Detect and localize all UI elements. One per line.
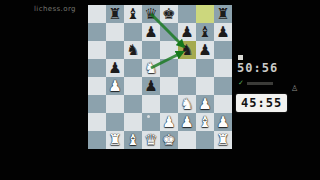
- piece-white-pawn: ♟: [180, 113, 193, 131]
- square-b4[interactable]: ♟: [106, 77, 124, 95]
- square-f8[interactable]: [178, 5, 196, 23]
- piece-black-knight: ♞: [126, 41, 139, 59]
- piece-white-queen: ♛: [144, 131, 157, 149]
- piece-black-rook: ♜: [108, 5, 121, 23]
- piece-white-pawn: ♟: [198, 95, 211, 113]
- video-frame: lichess.org ♜♝♛♚♜♟♟♝♟♞♞♟♟♞♟♟♞♟♟♟♝♟♜♝♛♚♜ …: [0, 0, 320, 180]
- piece-white-knight: ♞: [180, 95, 193, 113]
- square-b1[interactable]: ♜: [106, 131, 124, 149]
- square-d8[interactable]: ♛: [142, 5, 160, 23]
- square-h5[interactable]: [214, 59, 232, 77]
- square-a5[interactable]: [88, 59, 106, 77]
- square-g5[interactable]: [196, 59, 214, 77]
- square-e7[interactable]: [160, 23, 178, 41]
- piece-white-knight: ♞: [144, 59, 157, 77]
- square-b6[interactable]: [106, 41, 124, 59]
- square-e3[interactable]: [160, 95, 178, 113]
- square-e8[interactable]: ♚: [160, 5, 178, 23]
- square-b7[interactable]: [106, 23, 124, 41]
- piece-black-bishop: ♝: [198, 23, 211, 41]
- game-side-panel: 50:56 ✓ ♙ 45:55: [232, 0, 320, 180]
- piece-black-rook: ♜: [216, 5, 229, 23]
- piece-white-bishop: ♝: [198, 113, 211, 131]
- piece-black-bishop: ♝: [126, 5, 139, 23]
- square-e2[interactable]: ♟: [160, 113, 178, 131]
- square-a6[interactable]: [88, 41, 106, 59]
- mouse-cursor-dot: [147, 115, 150, 118]
- square-c3[interactable]: [124, 95, 142, 113]
- square-b8[interactable]: ♜: [106, 5, 124, 23]
- piece-white-pawn: ♟: [108, 77, 121, 95]
- square-a8[interactable]: [88, 5, 106, 23]
- piece-black-king: ♚: [162, 5, 175, 23]
- square-f3[interactable]: ♞: [178, 95, 196, 113]
- square-f5[interactable]: [178, 59, 196, 77]
- square-d1[interactable]: ♛: [142, 131, 160, 149]
- square-e1[interactable]: ♚: [160, 131, 178, 149]
- piece-white-bishop: ♝: [126, 131, 139, 149]
- material-pawn-icon: ♙: [291, 84, 298, 93]
- square-c6[interactable]: ♞: [124, 41, 142, 59]
- square-g7[interactable]: ♝: [196, 23, 214, 41]
- player-status-row: ✓: [238, 80, 273, 87]
- square-f2[interactable]: ♟: [178, 113, 196, 131]
- square-b5[interactable]: ♟: [106, 59, 124, 77]
- square-g1[interactable]: [196, 131, 214, 149]
- square-c4[interactable]: [124, 77, 142, 95]
- square-f4[interactable]: [178, 77, 196, 95]
- piece-black-pawn: ♟: [144, 23, 157, 41]
- square-g3[interactable]: ♟: [196, 95, 214, 113]
- top-clock: 50:56: [237, 61, 278, 75]
- square-a2[interactable]: [88, 113, 106, 131]
- square-h3[interactable]: [214, 95, 232, 113]
- square-a7[interactable]: [88, 23, 106, 41]
- square-g2[interactable]: ♝: [196, 113, 214, 131]
- bottom-clock: 45:55: [236, 94, 287, 112]
- player-name-bar: [247, 82, 273, 85]
- piece-black-knight: ♞: [180, 41, 193, 59]
- square-h7[interactable]: ♟: [214, 23, 232, 41]
- square-g8[interactable]: [196, 5, 214, 23]
- square-a1[interactable]: [88, 131, 106, 149]
- square-g6[interactable]: ♟: [196, 41, 214, 59]
- square-h1[interactable]: ♜: [214, 131, 232, 149]
- lichess-logo[interactable]: lichess.org: [34, 5, 76, 13]
- status-check-icon: ✓: [238, 80, 244, 87]
- square-f1[interactable]: [178, 131, 196, 149]
- square-f6[interactable]: ♞: [178, 41, 196, 59]
- square-e6[interactable]: [160, 41, 178, 59]
- square-c8[interactable]: ♝: [124, 5, 142, 23]
- square-a4[interactable]: [88, 77, 106, 95]
- piece-black-pawn: ♟: [216, 23, 229, 41]
- piece-black-pawn: ♟: [198, 41, 211, 59]
- square-g4[interactable]: [196, 77, 214, 95]
- square-d6[interactable]: [142, 41, 160, 59]
- piece-black-pawn: ♟: [180, 23, 193, 41]
- square-b3[interactable]: [106, 95, 124, 113]
- square-c7[interactable]: [124, 23, 142, 41]
- piece-white-rook: ♜: [108, 131, 121, 149]
- square-d2[interactable]: [142, 113, 160, 131]
- square-c5[interactable]: [124, 59, 142, 77]
- square-h8[interactable]: ♜: [214, 5, 232, 23]
- square-b2[interactable]: [106, 113, 124, 131]
- square-d7[interactable]: ♟: [142, 23, 160, 41]
- square-e4[interactable]: [160, 77, 178, 95]
- square-e5[interactable]: [160, 59, 178, 77]
- square-h2[interactable]: ♟: [214, 113, 232, 131]
- piece-white-pawn: ♟: [216, 113, 229, 131]
- square-h4[interactable]: [214, 77, 232, 95]
- square-c2[interactable]: [124, 113, 142, 131]
- piece-white-pawn: ♟: [162, 113, 175, 131]
- piece-black-queen: ♛: [144, 5, 157, 23]
- piece-white-rook: ♜: [216, 131, 229, 149]
- piece-black-pawn: ♟: [108, 59, 121, 77]
- piece-black-pawn: ♟: [144, 77, 157, 95]
- square-d5[interactable]: ♞: [142, 59, 160, 77]
- chess-board: ♜♝♛♚♜♟♟♝♟♞♞♟♟♞♟♟♞♟♟♟♝♟♜♝♛♚♜: [88, 5, 232, 149]
- square-d4[interactable]: ♟: [142, 77, 160, 95]
- square-a3[interactable]: [88, 95, 106, 113]
- square-h6[interactable]: [214, 41, 232, 59]
- square-f7[interactable]: ♟: [178, 23, 196, 41]
- square-d3[interactable]: [142, 95, 160, 113]
- player-badge-icon: [238, 55, 243, 60]
- square-c1[interactable]: ♝: [124, 131, 142, 149]
- piece-white-king: ♚: [162, 131, 175, 149]
